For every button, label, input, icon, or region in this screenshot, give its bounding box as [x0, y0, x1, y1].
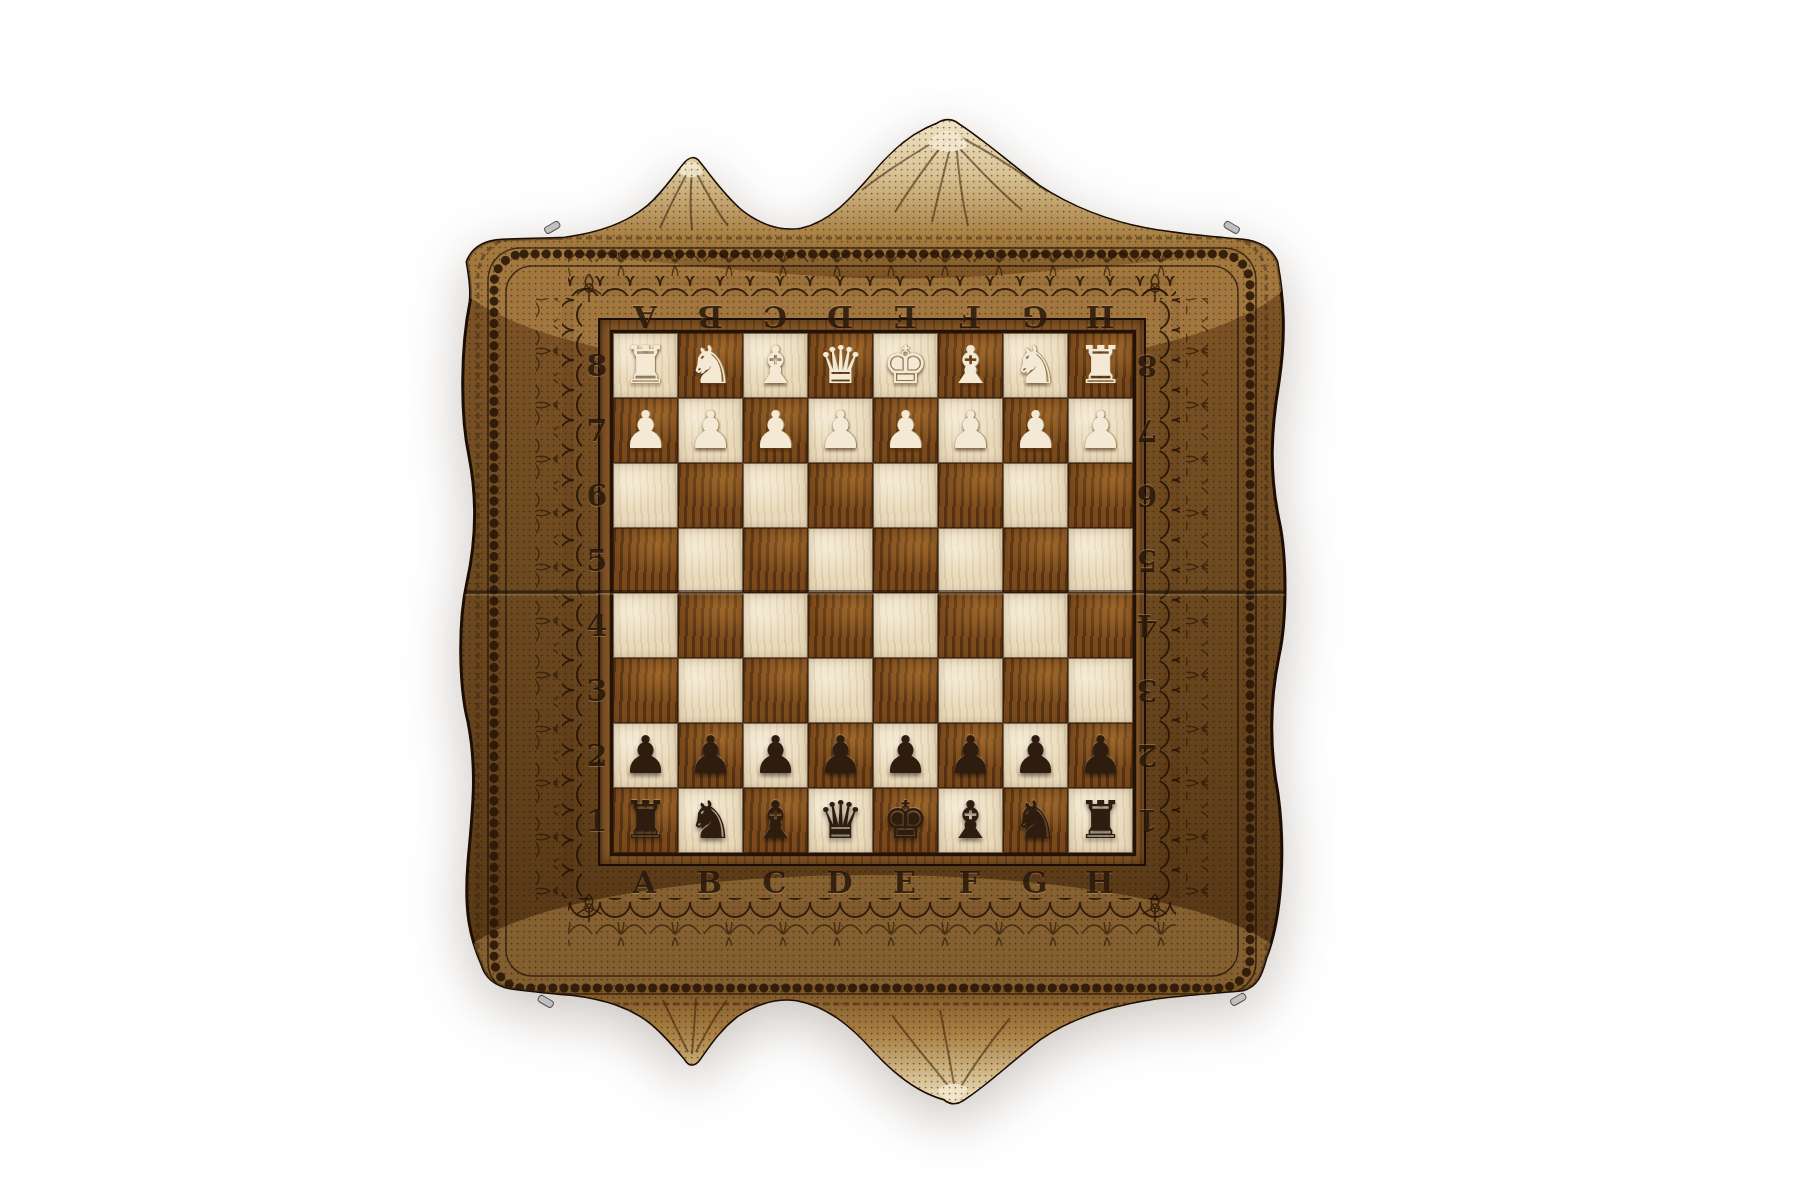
piece-black-pawn[interactable]: ♟: [938, 723, 1003, 788]
piece-white-king[interactable]: ♚: [873, 333, 938, 398]
square-h7[interactable]: ♟: [1068, 398, 1133, 463]
rank-label-right-1: 1: [1137, 802, 1158, 837]
file-label-bottom-h: H: [1085, 865, 1113, 900]
square-e6[interactable]: [873, 463, 938, 528]
square-d7[interactable]: ♟: [808, 398, 873, 463]
piece-black-bishop[interactable]: ♝: [743, 788, 808, 853]
rank-label-left-1: 1: [587, 802, 608, 837]
photo-of-carved-chess-box: ♜♞♝♛♚♝♞♜♟♟♟♟♟♟♟♟♟♟♟♟♟♟♟♟♜♞♝♛♚♝♞♜ AABBCCD…: [0, 0, 1800, 1200]
square-g7[interactable]: ♟: [1003, 398, 1068, 463]
rank-label-left-5: 5: [587, 542, 608, 577]
square-b4[interactable]: [678, 593, 743, 658]
square-e7[interactable]: ♟: [873, 398, 938, 463]
square-f8[interactable]: ♝: [938, 333, 1003, 398]
square-d4[interactable]: [808, 593, 873, 658]
square-b2[interactable]: ♟: [678, 723, 743, 788]
file-label-top-c: C: [763, 299, 787, 334]
piece-white-knight[interactable]: ♞: [678, 333, 743, 398]
piece-white-pawn[interactable]: ♟: [678, 398, 743, 463]
rank-label-left-6: 6: [587, 477, 608, 512]
square-a1[interactable]: ♜: [613, 788, 678, 853]
square-c5[interactable]: [743, 528, 808, 593]
piece-white-bishop[interactable]: ♝: [743, 333, 808, 398]
square-d1[interactable]: ♛: [808, 788, 873, 853]
square-b8[interactable]: ♞: [678, 333, 743, 398]
file-label-top-h: H: [1085, 299, 1113, 334]
piece-white-pawn[interactable]: ♟: [938, 398, 1003, 463]
piece-black-pawn[interactable]: ♟: [743, 723, 808, 788]
piece-white-rook[interactable]: ♜: [1068, 333, 1133, 398]
piece-white-knight[interactable]: ♞: [1003, 333, 1068, 398]
rank-label-right-8: 8: [1137, 347, 1158, 382]
square-h3[interactable]: [1068, 658, 1133, 723]
square-a7[interactable]: ♟: [613, 398, 678, 463]
piece-white-pawn[interactable]: ♟: [1003, 398, 1068, 463]
rank-label-left-2: 2: [587, 737, 608, 772]
file-label-top-f: F: [959, 299, 980, 334]
file-label-top-e: E: [893, 299, 916, 334]
square-c7[interactable]: ♟: [743, 398, 808, 463]
file-label-bottom-c: C: [763, 865, 787, 900]
square-f7[interactable]: ♟: [938, 398, 1003, 463]
piece-black-knight[interactable]: ♞: [678, 788, 743, 853]
rank-label-left-7: 7: [587, 412, 608, 447]
rank-label-right-7: 7: [1137, 412, 1158, 447]
square-c1[interactable]: ♝: [743, 788, 808, 853]
square-f6[interactable]: [938, 463, 1003, 528]
square-d2[interactable]: ♟: [808, 723, 873, 788]
square-h1[interactable]: ♜: [1068, 788, 1133, 853]
square-h8[interactable]: ♜: [1068, 333, 1133, 398]
square-e2[interactable]: ♟: [873, 723, 938, 788]
square-d8[interactable]: ♛: [808, 333, 873, 398]
rank-label-right-2: 2: [1137, 737, 1158, 772]
square-g5[interactable]: [1003, 528, 1068, 593]
piece-black-pawn[interactable]: ♟: [678, 723, 743, 788]
rank-label-left-4: 4: [587, 607, 608, 642]
piece-white-pawn[interactable]: ♟: [808, 398, 873, 463]
piece-white-pawn[interactable]: ♟: [1068, 398, 1133, 463]
file-label-top-d: D: [826, 299, 852, 334]
square-b1[interactable]: ♞: [678, 788, 743, 853]
square-h2[interactable]: ♟: [1068, 723, 1133, 788]
square-h6[interactable]: [1068, 463, 1133, 528]
square-a3[interactable]: [613, 658, 678, 723]
piece-white-queen[interactable]: ♛: [808, 333, 873, 398]
square-h5[interactable]: [1068, 528, 1133, 593]
piece-white-pawn[interactable]: ♟: [743, 398, 808, 463]
square-d6[interactable]: [808, 463, 873, 528]
rank-label-left-3: 3: [587, 672, 608, 707]
square-d5[interactable]: [808, 528, 873, 593]
square-h4[interactable]: [1068, 593, 1133, 658]
piece-black-rook[interactable]: ♜: [1068, 788, 1133, 853]
square-a8[interactable]: ♜: [613, 333, 678, 398]
file-label-bottom-b: B: [697, 865, 722, 900]
square-b3[interactable]: [678, 658, 743, 723]
square-e5[interactable]: [873, 528, 938, 593]
square-a5[interactable]: [613, 528, 678, 593]
piece-black-knight[interactable]: ♞: [1003, 788, 1068, 853]
piece-white-rook[interactable]: ♜: [613, 333, 678, 398]
square-e4[interactable]: [873, 593, 938, 658]
piece-black-pawn[interactable]: ♟: [613, 723, 678, 788]
piece-black-pawn[interactable]: ♟: [808, 723, 873, 788]
square-e8[interactable]: ♚: [873, 333, 938, 398]
piece-white-pawn[interactable]: ♟: [873, 398, 938, 463]
piece-black-queen[interactable]: ♛: [808, 788, 873, 853]
chess-board: ♜♞♝♛♚♝♞♜♟♟♟♟♟♟♟♟♟♟♟♟♟♟♟♟♜♞♝♛♚♝♞♜: [610, 330, 1136, 856]
square-f2[interactable]: ♟: [938, 723, 1003, 788]
file-label-bottom-a: A: [633, 865, 656, 900]
square-f5[interactable]: [938, 528, 1003, 593]
square-f4[interactable]: [938, 593, 1003, 658]
file-label-bottom-g: G: [1022, 865, 1048, 900]
square-g3[interactable]: [1003, 658, 1068, 723]
rank-label-right-4: 4: [1137, 607, 1158, 642]
piece-black-bishop[interactable]: ♝: [938, 788, 1003, 853]
square-e3[interactable]: [873, 658, 938, 723]
square-b5[interactable]: [678, 528, 743, 593]
piece-black-rook[interactable]: ♜: [613, 788, 678, 853]
rank-label-right-3: 3: [1137, 672, 1158, 707]
board-fold-seam: [596, 590, 1144, 593]
file-label-top-g: G: [1022, 299, 1048, 334]
file-label-bottom-d: D: [826, 865, 852, 900]
square-g4[interactable]: [1003, 593, 1068, 658]
square-d3[interactable]: [808, 658, 873, 723]
rank-label-left-8: 8: [587, 347, 608, 382]
square-g2[interactable]: ♟: [1003, 723, 1068, 788]
piece-black-pawn[interactable]: ♟: [1068, 723, 1133, 788]
piece-white-pawn[interactable]: ♟: [613, 398, 678, 463]
square-f1[interactable]: ♝: [938, 788, 1003, 853]
square-b7[interactable]: ♟: [678, 398, 743, 463]
square-g6[interactable]: [1003, 463, 1068, 528]
file-label-top-a: A: [633, 299, 656, 334]
file-label-bottom-e: E: [893, 865, 916, 900]
square-a6[interactable]: [613, 463, 678, 528]
file-label-bottom-f: F: [959, 865, 980, 900]
square-a2[interactable]: ♟: [613, 723, 678, 788]
file-label-top-b: B: [697, 299, 722, 334]
square-c2[interactable]: ♟: [743, 723, 808, 788]
rank-label-right-5: 5: [1137, 542, 1158, 577]
square-c4[interactable]: [743, 593, 808, 658]
square-g8[interactable]: ♞: [1003, 333, 1068, 398]
square-g1[interactable]: ♞: [1003, 788, 1068, 853]
square-f3[interactable]: [938, 658, 1003, 723]
square-c8[interactable]: ♝: [743, 333, 808, 398]
square-b6[interactable]: [678, 463, 743, 528]
square-c3[interactable]: [743, 658, 808, 723]
piece-black-pawn[interactable]: ♟: [1003, 723, 1068, 788]
piece-black-pawn[interactable]: ♟: [873, 723, 938, 788]
square-e1[interactable]: ♚: [873, 788, 938, 853]
piece-black-king[interactable]: ♚: [873, 788, 938, 853]
square-c6[interactable]: [743, 463, 808, 528]
piece-white-bishop[interactable]: ♝: [938, 333, 1003, 398]
rank-label-right-6: 6: [1137, 477, 1158, 512]
square-a4[interactable]: [613, 593, 678, 658]
